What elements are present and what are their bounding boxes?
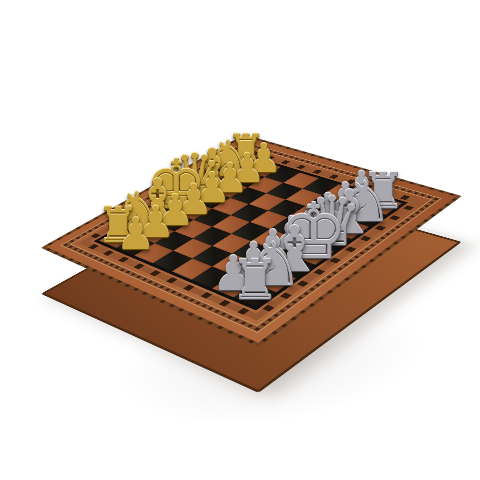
product-photo-stage: ♜♞♝♚♛♝♞♜♟♟♟♟♟♟♟♟♟♟♟♟♟♟♟♟♜♞♝♚♛♝♞♜ (0, 0, 480, 480)
piece-sR-h8[interactable]: ♜ (222, 253, 288, 308)
piece-gP-h2[interactable]: ♟ (109, 212, 162, 256)
